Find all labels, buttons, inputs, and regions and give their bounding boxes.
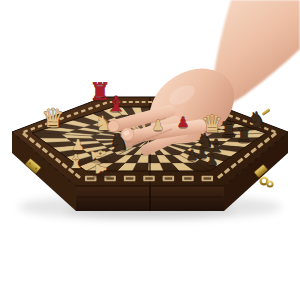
coordinate-tag (148, 101, 152, 103)
coordinate-tag-text (165, 177, 173, 179)
coordinate-tag-text (145, 177, 153, 179)
piece-light-pawn: ♟ (152, 117, 165, 133)
brass-clasp-loop (261, 178, 268, 185)
scene: ♝♜♛♟♞♞♟♛♜♜♞♟♞♝♟♝♟♟♝♟ (0, 0, 300, 300)
piece-red-rook: ♜ (89, 78, 111, 106)
coordinate-tag-text (126, 177, 134, 179)
piece-dark-rook: ♜ (235, 124, 252, 146)
piece-light-queen: ♛ (41, 103, 64, 133)
piece-light-pawn: ♟ (93, 163, 109, 176)
product-photo: ♝♜♛♟♞♞♟♛♜♜♞♟♞♝♟♝♟♟♝♟ (0, 0, 300, 300)
coordinate-tag (135, 101, 139, 103)
piece-dark-pawn: ♟ (186, 147, 199, 163)
coordinate-tag-text (184, 177, 192, 179)
coordinate-tag (142, 101, 146, 103)
piece-light-bishop: ♝ (67, 150, 84, 172)
index-fingertip (108, 120, 119, 131)
coordinate-tag-text (204, 177, 212, 179)
piece-red-pawn: ♟ (177, 114, 190, 130)
coordinate-tag-text (87, 177, 95, 179)
piece-dark-pawn: ♟ (206, 152, 219, 168)
coordinate-tag (129, 101, 133, 103)
brass-clasp-loop2 (267, 181, 272, 186)
